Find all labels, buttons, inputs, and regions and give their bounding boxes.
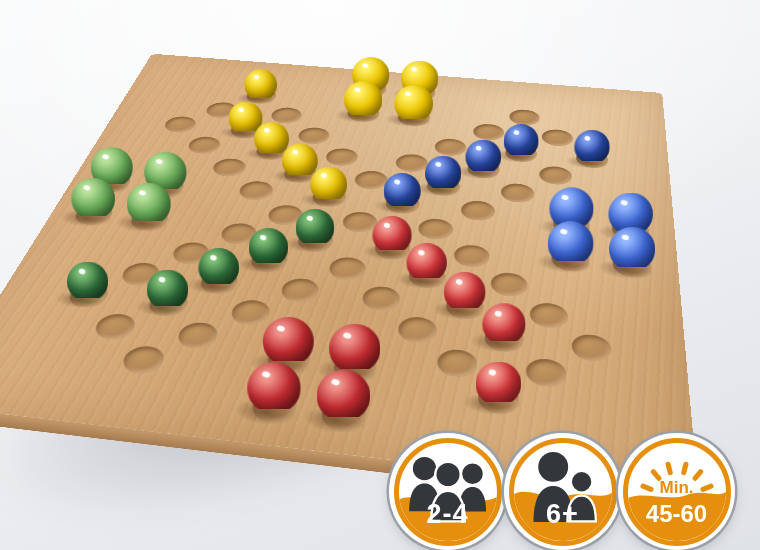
yellow-marble	[245, 69, 278, 101]
board-hole	[185, 136, 223, 155]
board-hole	[278, 277, 321, 304]
board-hole	[435, 348, 478, 379]
green-marble	[248, 228, 288, 267]
red-marble	[475, 361, 521, 405]
green-marble	[199, 248, 240, 287]
board-hole	[161, 116, 199, 134]
red-marble	[263, 317, 314, 367]
blue-marble	[609, 227, 655, 272]
duration-value: 45-60	[628, 500, 726, 528]
board-hole	[417, 218, 455, 241]
blue-marble	[465, 140, 501, 175]
red-marble	[316, 370, 370, 422]
green-marble	[71, 178, 115, 220]
yellow-marble	[310, 166, 347, 202]
board-hole	[434, 138, 468, 157]
minutes-label: Min.	[628, 478, 726, 498]
timer-tick	[680, 461, 688, 476]
age-value: 6+	[514, 499, 612, 530]
board-hole	[525, 357, 566, 388]
blue-marble	[384, 173, 421, 209]
red-marble	[247, 362, 300, 414]
board-hole	[539, 166, 572, 187]
board-hole	[327, 256, 368, 281]
green-marble	[127, 183, 171, 226]
board-hole	[210, 157, 249, 177]
board-hole	[529, 301, 568, 329]
board-hole	[237, 180, 276, 201]
red-marble	[373, 216, 412, 254]
board-hole	[360, 285, 402, 312]
green-marble	[147, 269, 189, 309]
players-badge-face: 2-4	[394, 438, 502, 546]
blue-marble	[503, 124, 538, 158]
players-count: 2-4	[399, 499, 497, 530]
players-badge: 2-4	[389, 433, 506, 550]
board-hole	[295, 127, 331, 146]
yellow-marble	[282, 144, 318, 179]
yellow-marble	[394, 85, 433, 123]
board-hole	[472, 123, 505, 141]
board-hole	[323, 148, 359, 168]
board-hole	[174, 321, 221, 350]
board-hole	[572, 333, 612, 363]
duration-badge: Min. 45-60	[618, 433, 735, 550]
board-hole	[228, 298, 273, 326]
red-marble	[329, 324, 380, 374]
blue-marble	[425, 156, 462, 191]
board-hole	[489, 272, 528, 298]
board-hole	[459, 200, 495, 222]
board-hole	[500, 182, 535, 203]
age-badge: 6+	[504, 433, 621, 550]
yellow-marble	[344, 81, 383, 118]
blue-marble	[574, 130, 609, 164]
red-marble	[482, 303, 525, 345]
green-marble	[295, 209, 334, 247]
board-hole	[91, 312, 140, 341]
timer-tick	[665, 461, 673, 476]
green-marble	[67, 261, 108, 301]
duration-badge-face: Min. 45-60	[623, 438, 731, 546]
product-photo: 2-4 6+	[0, 0, 760, 550]
blue-marble	[548, 221, 594, 266]
red-marble	[443, 272, 485, 313]
board-hole	[452, 244, 490, 269]
age-badge-face: 6+	[509, 438, 617, 546]
board-hole	[541, 129, 573, 148]
board-hole	[119, 345, 169, 376]
board-hole	[396, 315, 438, 344]
